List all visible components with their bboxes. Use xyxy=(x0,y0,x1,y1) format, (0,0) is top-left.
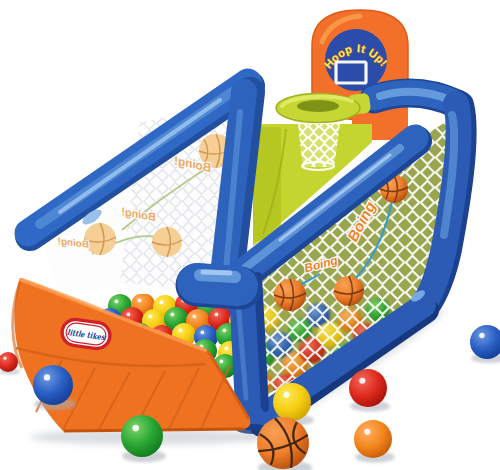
play-ball-red xyxy=(349,369,387,407)
ball-highlight xyxy=(137,299,141,303)
ball-highlight xyxy=(283,392,289,398)
ball-highlight xyxy=(200,331,204,335)
ball-highlight xyxy=(132,425,139,432)
play-ball-blue xyxy=(33,365,73,405)
product-photo: Hoop It Up! xyxy=(0,0,500,470)
basketball xyxy=(257,417,309,469)
ball-highlight xyxy=(126,313,130,317)
ball-highlight xyxy=(219,360,223,364)
printed-basketball xyxy=(152,227,182,257)
ball-highlight xyxy=(224,347,228,351)
ball-highlight xyxy=(178,329,182,333)
ball-highlight xyxy=(364,429,370,435)
ball-highlight xyxy=(479,333,484,338)
printed-basketball xyxy=(334,276,364,306)
ball-pit-illustration: Hoop It Up! xyxy=(0,0,500,470)
ball-highlight xyxy=(359,378,365,384)
ball-highlight xyxy=(159,301,163,305)
little-tikes-logo: little tikes xyxy=(60,318,111,350)
ball-highlight xyxy=(44,374,50,380)
play-ball-yellow xyxy=(273,383,311,421)
ball-highlight xyxy=(222,329,226,333)
ball-highlight xyxy=(148,315,152,319)
ball-highlight xyxy=(192,315,196,319)
ball-highlight xyxy=(170,313,174,317)
left-wall: Boing! Boing! Boing! xyxy=(28,70,262,293)
play-ball-blue xyxy=(470,325,500,359)
hoop-net xyxy=(297,116,341,170)
ball-highlight xyxy=(3,357,6,360)
ball-highlight xyxy=(114,300,118,304)
play-ball-orange xyxy=(354,420,392,458)
play-ball-green xyxy=(121,415,163,457)
ball-highlight xyxy=(214,313,218,317)
printed-basketball xyxy=(274,279,306,311)
